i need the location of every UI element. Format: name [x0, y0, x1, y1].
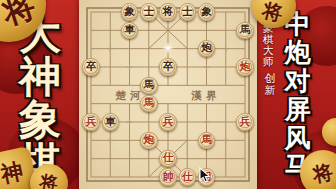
- calligraphy-shen-char: 神: [0, 156, 26, 189]
- piece-red-soldier[interactable]: 兵: [236, 113, 254, 131]
- video-thumbnail: 楚河 漢界 象士将士象車馬炮卒卒炮馬馬兵車兵兵炮馬仕帥仕相 大神象棋 象棋大师 …: [0, 0, 336, 189]
- piece-glyph: 炮: [240, 62, 251, 73]
- piece-red-cannon[interactable]: 炮: [140, 132, 158, 150]
- piece-glyph: 帥: [163, 172, 174, 183]
- piece-red-elephant[interactable]: 相: [198, 168, 216, 186]
- piece-glyph: 炮: [201, 43, 212, 54]
- piece-glyph: 兵: [240, 117, 251, 128]
- piece-black-elephant[interactable]: 象: [121, 3, 139, 21]
- piece-glyph: 象: [201, 7, 212, 18]
- piece-glyph: 馬: [144, 80, 155, 91]
- piece-black-advisor[interactable]: 士: [140, 3, 158, 21]
- piece-glyph: 士: [144, 7, 155, 18]
- piece-red-general[interactable]: 帥: [159, 168, 177, 186]
- piece-black-chariot[interactable]: 車: [102, 113, 120, 131]
- piece-red-horse[interactable]: 馬: [140, 95, 158, 113]
- piece-black-horse[interactable]: 馬: [236, 22, 254, 40]
- piece-glyph: 士: [182, 7, 193, 18]
- piece-red-horse[interactable]: 馬: [198, 132, 216, 150]
- piece-red-soldier[interactable]: 兵: [159, 113, 177, 131]
- piece-glyph: 兵: [86, 117, 97, 128]
- right-subtitle-badge: 创新: [264, 72, 276, 96]
- piece-glyph: 卒: [86, 62, 97, 73]
- piece-glyph: 相: [201, 172, 212, 183]
- piece-glyph: 将: [163, 7, 174, 18]
- piece-glyph: 炮: [144, 135, 155, 146]
- piece-glyph: 兵: [163, 117, 174, 128]
- piece-glyph: 卒: [163, 62, 174, 73]
- piece-glyph: 馬: [201, 135, 212, 146]
- calligraphy-jiang-char: 将: [38, 170, 60, 189]
- piece-glyph: 車: [124, 25, 135, 36]
- piece-red-soldier[interactable]: 兵: [82, 113, 100, 131]
- piece-black-soldier[interactable]: 卒: [159, 58, 177, 76]
- pieces-grid: 象士将士象車馬炮卒卒炮馬馬兵車兵兵炮馬仕帥仕相: [81, 3, 254, 186]
- calligraphy-jiang-char: 将: [0, 0, 41, 36]
- piece-black-horse[interactable]: 馬: [140, 77, 158, 95]
- calligraphy-jiang-char: 将: [311, 158, 335, 188]
- piece-glyph: 車: [105, 117, 116, 128]
- calligraphy-jiang-char: 将: [260, 0, 286, 27]
- piece-glyph: 馬: [240, 25, 251, 36]
- piece-red-cannon[interactable]: 炮: [236, 58, 254, 76]
- piece-black-cannon[interactable]: 炮: [198, 40, 216, 58]
- right-subtitle-author: 象棋大师: [262, 23, 274, 67]
- piece-black-soldier[interactable]: 卒: [82, 58, 100, 76]
- piece-black-chariot[interactable]: 車: [121, 22, 139, 40]
- piece-glyph: 仕: [182, 172, 193, 183]
- piece-glyph: 象: [124, 7, 135, 18]
- piece-black-general[interactable]: 将: [159, 3, 177, 21]
- piece-glyph: 仕: [163, 153, 174, 164]
- piece-red-advisor[interactable]: 仕: [159, 150, 177, 168]
- piece-black-advisor[interactable]: 士: [179, 3, 197, 21]
- piece-black-elephant[interactable]: 象: [198, 3, 216, 21]
- piece-red-advisor[interactable]: 仕: [179, 168, 197, 186]
- piece-glyph: 馬: [144, 98, 155, 109]
